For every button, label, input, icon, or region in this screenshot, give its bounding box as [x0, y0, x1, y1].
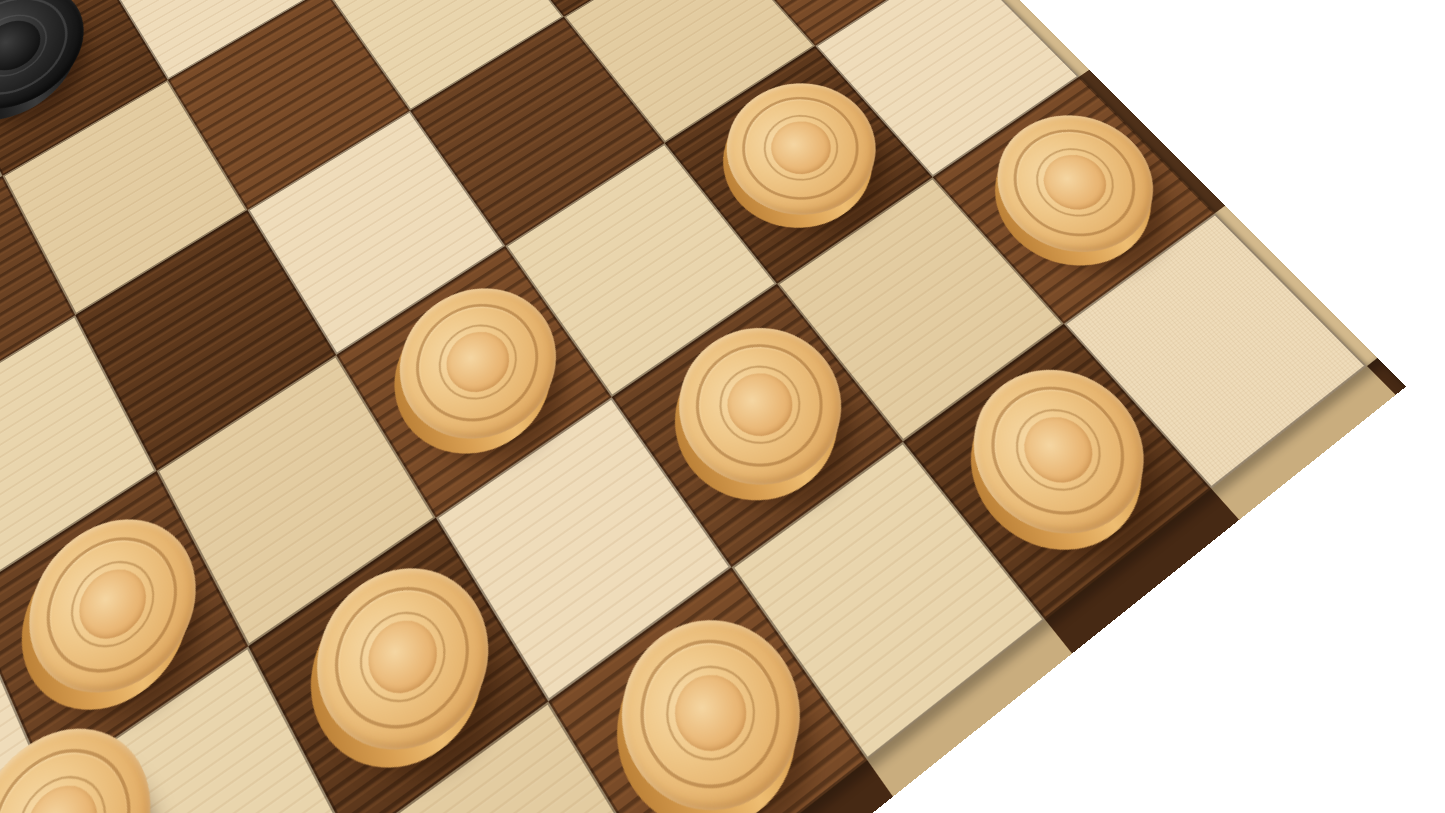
board-photo: [0, 0, 1445, 813]
checkers-board: [0, 0, 1367, 813]
